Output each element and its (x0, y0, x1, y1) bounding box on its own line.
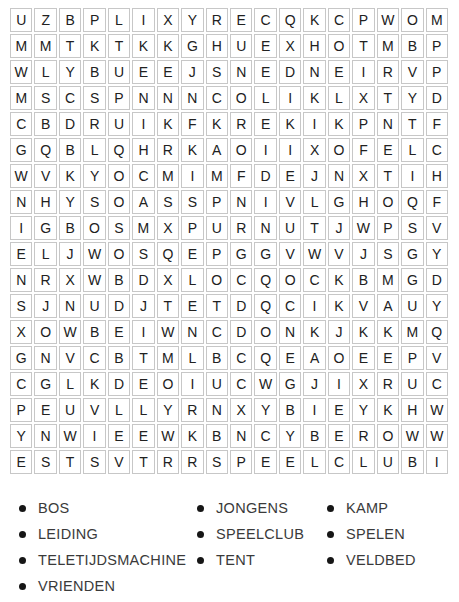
grid-cell-r1c11[interactable]: C (254, 8, 276, 32)
grid-cell-r16c8[interactable]: R (181, 398, 203, 422)
grid-cell-r7c9[interactable]: M (206, 164, 228, 188)
grid-cell-r15c2[interactable]: G (34, 372, 56, 396)
grid-cell-r16c2[interactable]: E (34, 398, 56, 422)
grid-cell-r4c1[interactable]: M (10, 86, 32, 110)
grid-cell-r12c6[interactable]: J (132, 294, 154, 318)
grid-cell-r15c17[interactable]: U (401, 372, 423, 396)
grid-cell-r10c12[interactable]: V (279, 242, 301, 266)
grid-cell-r17c6[interactable]: E (132, 424, 154, 448)
grid-cell-r2c7[interactable]: K (157, 34, 179, 58)
grid-cell-r6c13[interactable]: X (303, 138, 325, 162)
grid-cell-r8c15[interactable]: H (352, 190, 374, 214)
grid-cell-r15c5[interactable]: D (108, 372, 130, 396)
grid-cell-r3c12[interactable]: D (279, 60, 301, 84)
grid-cell-r12c2[interactable]: J (34, 294, 56, 318)
grid-cell-r2c8[interactable]: G (181, 34, 203, 58)
grid-cell-r14c16[interactable]: E (377, 346, 399, 370)
grid-cell-r13c1[interactable]: X (10, 320, 32, 344)
grid-cell-r4c5[interactable]: P (108, 86, 130, 110)
grid-cell-r8c1[interactable]: N (10, 190, 32, 214)
grid-cell-r2c14[interactable]: O (328, 34, 350, 58)
grid-cell-r1c3[interactable]: B (59, 8, 81, 32)
grid-cell-r17c2[interactable]: N (34, 424, 56, 448)
grid-cell-r15c7[interactable]: O (157, 372, 179, 396)
grid-cell-r5c8[interactable]: F (181, 112, 203, 136)
grid-cell-r6c15[interactable]: F (352, 138, 374, 162)
grid-cell-r11c10[interactable]: C (230, 268, 252, 292)
grid-cell-r2c15[interactable]: T (352, 34, 374, 58)
grid-cell-r7c5[interactable]: O (108, 164, 130, 188)
grid-cell-r17c12[interactable]: Y (279, 424, 301, 448)
grid-cell-r11c11[interactable]: Q (254, 268, 276, 292)
grid-cell-r2c16[interactable]: M (377, 34, 399, 58)
grid-cell-r2c6[interactable]: K (132, 34, 154, 58)
grid-cell-r5c10[interactable]: R (230, 112, 252, 136)
grid-cell-r7c12[interactable]: E (279, 164, 301, 188)
grid-cell-r10c16[interactable]: S (377, 242, 399, 266)
grid-cell-r16c17[interactable]: H (401, 398, 423, 422)
grid-cell-r14c13[interactable]: A (303, 346, 325, 370)
grid-cell-r6c12[interactable]: I (279, 138, 301, 162)
grid-cell-r5c11[interactable]: E (254, 112, 276, 136)
grid-cell-r15c12[interactable]: G (279, 372, 301, 396)
grid-cell-r6c3[interactable]: B (59, 138, 81, 162)
grid-cell-r3c10[interactable]: N (230, 60, 252, 84)
grid-cell-r18c7[interactable]: R (157, 450, 179, 474)
grid-cell-r5c1[interactable]: C (10, 112, 32, 136)
grid-cell-r8c4[interactable]: S (83, 190, 105, 214)
grid-cell-r11c13[interactable]: C (303, 268, 325, 292)
grid-cell-r5c15[interactable]: P (352, 112, 374, 136)
grid-cell-r6c7[interactable]: R (157, 138, 179, 162)
grid-cell-r7c16[interactable]: T (377, 164, 399, 188)
grid-cell-r1c2[interactable]: Z (34, 8, 56, 32)
grid-cell-r12c4[interactable]: U (83, 294, 105, 318)
grid-cell-r5c14[interactable]: K (328, 112, 350, 136)
grid-cell-r15c18[interactable]: C (426, 372, 448, 396)
grid-cell-r12c12[interactable]: C (279, 294, 301, 318)
grid-cell-r6c1[interactable]: G (10, 138, 32, 162)
grid-cell-r11c4[interactable]: W (83, 268, 105, 292)
grid-cell-r14c17[interactable]: P (401, 346, 423, 370)
grid-cell-r18c10[interactable]: P (230, 450, 252, 474)
grid-cell-r18c2[interactable]: S (34, 450, 56, 474)
grid-cell-r7c14[interactable]: N (328, 164, 350, 188)
grid-cell-r17c18[interactable]: W (426, 424, 448, 448)
grid-cell-r10c18[interactable]: Y (426, 242, 448, 266)
grid-cell-r3c7[interactable]: E (157, 60, 179, 84)
grid-cell-r12c18[interactable]: Y (426, 294, 448, 318)
grid-cell-r8c10[interactable]: N (230, 190, 252, 214)
grid-cell-r13c3[interactable]: W (59, 320, 81, 344)
grid-cell-r12c1[interactable]: S (10, 294, 32, 318)
grid-cell-r15c13[interactable]: J (303, 372, 325, 396)
grid-cell-r3c6[interactable]: E (132, 60, 154, 84)
grid-cell-r15c3[interactable]: L (59, 372, 81, 396)
grid-cell-r2c1[interactable]: M (10, 34, 32, 58)
grid-cell-r16c18[interactable]: W (426, 398, 448, 422)
grid-cell-r8c16[interactable]: O (377, 190, 399, 214)
grid-cell-r3c14[interactable]: E (328, 60, 350, 84)
grid-cell-r15c15[interactable]: X (352, 372, 374, 396)
grid-cell-r14c11[interactable]: Q (254, 346, 276, 370)
grid-cell-r4c11[interactable]: L (254, 86, 276, 110)
grid-cell-r13c17[interactable]: M (401, 320, 423, 344)
grid-cell-r12c10[interactable]: D (230, 294, 252, 318)
grid-cell-r14c15[interactable]: E (352, 346, 374, 370)
grid-cell-r10c11[interactable]: G (254, 242, 276, 266)
grid-cell-r18c11[interactable]: E (254, 450, 276, 474)
grid-cell-r5c13[interactable]: I (303, 112, 325, 136)
grid-cell-r2c3[interactable]: T (59, 34, 81, 58)
grid-cell-r9c15[interactable]: W (352, 216, 374, 240)
grid-cell-r5c12[interactable]: K (279, 112, 301, 136)
grid-cell-r8c2[interactable]: H (34, 190, 56, 214)
grid-cell-r8c5[interactable]: O (108, 190, 130, 214)
grid-cell-r18c1[interactable]: E (10, 450, 32, 474)
grid-cell-r7c17[interactable]: I (401, 164, 423, 188)
grid-cell-r3c16[interactable]: R (377, 60, 399, 84)
grid-cell-r11c2[interactable]: R (34, 268, 56, 292)
grid-cell-r11c8[interactable]: L (181, 268, 203, 292)
grid-cell-r2c2[interactable]: M (34, 34, 56, 58)
grid-cell-r16c6[interactable]: L (132, 398, 154, 422)
grid-cell-r9c4[interactable]: O (83, 216, 105, 240)
grid-cell-r16c10[interactable]: X (230, 398, 252, 422)
grid-cell-r18c12[interactable]: E (279, 450, 301, 474)
grid-cell-r2c11[interactable]: E (254, 34, 276, 58)
grid-cell-r11c7[interactable]: X (157, 268, 179, 292)
grid-cell-r16c13[interactable]: I (303, 398, 325, 422)
grid-cell-r6c18[interactable]: C (426, 138, 448, 162)
grid-cell-r10c3[interactable]: J (59, 242, 81, 266)
grid-cell-r13c16[interactable]: K (377, 320, 399, 344)
grid-cell-r18c3[interactable]: T (59, 450, 81, 474)
grid-cell-r3c1[interactable]: W (10, 60, 32, 84)
grid-cell-r10c1[interactable]: E (10, 242, 32, 266)
grid-cell-r4c12[interactable]: I (279, 86, 301, 110)
grid-cell-r5c16[interactable]: N (377, 112, 399, 136)
grid-cell-r7c4[interactable]: Y (83, 164, 105, 188)
grid-cell-r14c10[interactable]: C (230, 346, 252, 370)
grid-cell-r1c13[interactable]: K (303, 8, 325, 32)
grid-cell-r12c5[interactable]: D (108, 294, 130, 318)
grid-cell-r12c11[interactable]: Q (254, 294, 276, 318)
grid-cell-r17c9[interactable]: B (206, 424, 228, 448)
grid-cell-r12c8[interactable]: E (181, 294, 203, 318)
grid-cell-r14c4[interactable]: C (83, 346, 105, 370)
grid-cell-r4c10[interactable]: O (230, 86, 252, 110)
grid-cell-r16c15[interactable]: Y (352, 398, 374, 422)
grid-cell-r14c2[interactable]: N (34, 346, 56, 370)
grid-cell-r4c16[interactable]: T (377, 86, 399, 110)
grid-cell-r16c4[interactable]: V (83, 398, 105, 422)
grid-cell-r1c10[interactable]: E (230, 8, 252, 32)
grid-cell-r12c17[interactable]: U (401, 294, 423, 318)
grid-cell-r6c4[interactable]: L (83, 138, 105, 162)
grid-cell-r17c14[interactable]: E (328, 424, 350, 448)
grid-cell-r7c7[interactable]: M (157, 164, 179, 188)
grid-cell-r4c7[interactable]: N (157, 86, 179, 110)
grid-cell-r14c18[interactable]: V (426, 346, 448, 370)
grid-cell-r12c16[interactable]: A (377, 294, 399, 318)
grid-cell-r11c3[interactable]: X (59, 268, 81, 292)
grid-cell-r1c4[interactable]: P (83, 8, 105, 32)
grid-cell-r15c8[interactable]: I (181, 372, 203, 396)
grid-cell-r18c15[interactable]: L (352, 450, 374, 474)
grid-cell-r7c8[interactable]: I (181, 164, 203, 188)
grid-cell-r13c10[interactable]: D (230, 320, 252, 344)
grid-cell-r7c2[interactable]: V (34, 164, 56, 188)
grid-cell-r13c15[interactable]: K (352, 320, 374, 344)
grid-cell-r9c18[interactable]: V (426, 216, 448, 240)
grid-cell-r9c7[interactable]: X (157, 216, 179, 240)
grid-cell-r16c12[interactable]: B (279, 398, 301, 422)
grid-cell-r9c3[interactable]: B (59, 216, 81, 240)
grid-cell-r17c3[interactable]: W (59, 424, 81, 448)
grid-cell-r14c6[interactable]: T (132, 346, 154, 370)
grid-cell-r1c14[interactable]: C (328, 8, 350, 32)
grid-cell-r4c15[interactable]: X (352, 86, 374, 110)
grid-cell-r3c15[interactable]: I (352, 60, 374, 84)
grid-cell-r15c6[interactable]: E (132, 372, 154, 396)
grid-cell-r17c10[interactable]: N (230, 424, 252, 448)
grid-cell-r6c16[interactable]: E (377, 138, 399, 162)
grid-cell-r13c14[interactable]: J (328, 320, 350, 344)
grid-cell-r9c9[interactable]: U (206, 216, 228, 240)
grid-cell-r17c5[interactable]: E (108, 424, 130, 448)
grid-cell-r5c2[interactable]: B (34, 112, 56, 136)
grid-cell-r3c11[interactable]: E (254, 60, 276, 84)
grid-cell-r17c17[interactable]: W (401, 424, 423, 448)
grid-cell-r6c17[interactable]: L (401, 138, 423, 162)
grid-cell-r9c6[interactable]: M (132, 216, 154, 240)
grid-cell-r14c9[interactable]: B (206, 346, 228, 370)
grid-cell-r2c13[interactable]: H (303, 34, 325, 58)
grid-cell-r8c14[interactable]: G (328, 190, 350, 214)
grid-cell-r2c9[interactable]: H (206, 34, 228, 58)
grid-cell-r8c6[interactable]: A (132, 190, 154, 214)
grid-cell-r11c15[interactable]: B (352, 268, 374, 292)
grid-cell-r14c3[interactable]: V (59, 346, 81, 370)
grid-cell-r5c18[interactable]: F (426, 112, 448, 136)
grid-cell-r5c5[interactable]: U (108, 112, 130, 136)
grid-cell-r14c7[interactable]: M (157, 346, 179, 370)
grid-cell-r9c8[interactable]: P (181, 216, 203, 240)
grid-cell-r9c1[interactable]: I (10, 216, 32, 240)
grid-cell-r14c14[interactable]: O (328, 346, 350, 370)
grid-cell-r10c2[interactable]: L (34, 242, 56, 266)
grid-cell-r17c15[interactable]: R (352, 424, 374, 448)
grid-cell-r13c12[interactable]: N (279, 320, 301, 344)
grid-cell-r9c11[interactable]: N (254, 216, 276, 240)
grid-cell-r17c16[interactable]: O (377, 424, 399, 448)
grid-cell-r9c12[interactable]: U (279, 216, 301, 240)
grid-cell-r7c6[interactable]: C (132, 164, 154, 188)
grid-cell-r12c14[interactable]: K (328, 294, 350, 318)
grid-cell-r9c16[interactable]: P (377, 216, 399, 240)
grid-cell-r18c18[interactable]: I (426, 450, 448, 474)
grid-cell-r3c8[interactable]: J (181, 60, 203, 84)
grid-cell-r4c2[interactable]: S (34, 86, 56, 110)
grid-cell-r14c1[interactable]: G (10, 346, 32, 370)
grid-cell-r13c18[interactable]: Q (426, 320, 448, 344)
grid-cell-r12c15[interactable]: V (352, 294, 374, 318)
grid-cell-r11c16[interactable]: M (377, 268, 399, 292)
grid-cell-r8c18[interactable]: F (426, 190, 448, 214)
grid-cell-r6c6[interactable]: H (132, 138, 154, 162)
grid-cell-r6c10[interactable]: O (230, 138, 252, 162)
grid-cell-r5c7[interactable]: K (157, 112, 179, 136)
grid-cell-r16c14[interactable]: E (328, 398, 350, 422)
grid-cell-r6c14[interactable]: O (328, 138, 350, 162)
grid-cell-r1c12[interactable]: Q (279, 8, 301, 32)
grid-cell-r9c17[interactable]: S (401, 216, 423, 240)
grid-cell-r3c3[interactable]: Y (59, 60, 81, 84)
grid-cell-r8c7[interactable]: S (157, 190, 179, 214)
grid-cell-r6c9[interactable]: A (206, 138, 228, 162)
grid-cell-r1c7[interactable]: X (157, 8, 179, 32)
grid-cell-r10c14[interactable]: V (328, 242, 350, 266)
grid-cell-r3c13[interactable]: N (303, 60, 325, 84)
grid-cell-r13c4[interactable]: B (83, 320, 105, 344)
grid-cell-r10c5[interactable]: O (108, 242, 130, 266)
grid-cell-r8c8[interactable]: S (181, 190, 203, 214)
grid-cell-r12c13[interactable]: I (303, 294, 325, 318)
grid-cell-r10c10[interactable]: G (230, 242, 252, 266)
grid-cell-r11c12[interactable]: O (279, 268, 301, 292)
grid-cell-r16c5[interactable]: L (108, 398, 130, 422)
grid-cell-r14c5[interactable]: B (108, 346, 130, 370)
grid-cell-r9c14[interactable]: J (328, 216, 350, 240)
grid-cell-r11c17[interactable]: G (401, 268, 423, 292)
grid-cell-r7c3[interactable]: K (59, 164, 81, 188)
grid-cell-r2c5[interactable]: T (108, 34, 130, 58)
grid-cell-r4c4[interactable]: S (83, 86, 105, 110)
grid-cell-r4c8[interactable]: N (181, 86, 203, 110)
grid-cell-r1c17[interactable]: O (401, 8, 423, 32)
grid-cell-r7c15[interactable]: X (352, 164, 374, 188)
grid-cell-r1c5[interactable]: L (108, 8, 130, 32)
grid-cell-r12c7[interactable]: T (157, 294, 179, 318)
grid-cell-r3c4[interactable]: B (83, 60, 105, 84)
grid-cell-r9c2[interactable]: G (34, 216, 56, 240)
grid-cell-r6c5[interactable]: Q (108, 138, 130, 162)
grid-cell-r10c15[interactable]: J (352, 242, 374, 266)
grid-cell-r18c14[interactable]: C (328, 450, 350, 474)
grid-cell-r13c8[interactable]: N (181, 320, 203, 344)
grid-cell-r1c18[interactable]: M (426, 8, 448, 32)
grid-cell-r7c13[interactable]: J (303, 164, 325, 188)
grid-cell-r6c2[interactable]: Q (34, 138, 56, 162)
grid-cell-r4c14[interactable]: L (328, 86, 350, 110)
grid-cell-r18c6[interactable]: T (132, 450, 154, 474)
grid-cell-r10c4[interactable]: W (83, 242, 105, 266)
grid-cell-r1c8[interactable]: Y (181, 8, 203, 32)
grid-cell-r2c18[interactable]: P (426, 34, 448, 58)
grid-cell-r9c10[interactable]: R (230, 216, 252, 240)
grid-cell-r8c11[interactable]: I (254, 190, 276, 214)
grid-cell-r8c13[interactable]: L (303, 190, 325, 214)
grid-cell-r15c14[interactable]: I (328, 372, 350, 396)
grid-cell-r17c1[interactable]: Y (10, 424, 32, 448)
grid-cell-r7c10[interactable]: F (230, 164, 252, 188)
grid-cell-r18c8[interactable]: R (181, 450, 203, 474)
grid-cell-r17c8[interactable]: K (181, 424, 203, 448)
grid-cell-r2c4[interactable]: K (83, 34, 105, 58)
grid-cell-r4c3[interactable]: C (59, 86, 81, 110)
grid-cell-r16c11[interactable]: Y (254, 398, 276, 422)
grid-cell-r17c4[interactable]: I (83, 424, 105, 448)
grid-cell-r10c7[interactable]: Q (157, 242, 179, 266)
grid-cell-r3c5[interactable]: U (108, 60, 130, 84)
grid-cell-r4c18[interactable]: D (426, 86, 448, 110)
grid-cell-r8c9[interactable]: P (206, 190, 228, 214)
grid-cell-r18c4[interactable]: S (83, 450, 105, 474)
grid-cell-r3c17[interactable]: V (401, 60, 423, 84)
grid-cell-r1c16[interactable]: W (377, 8, 399, 32)
grid-cell-r9c13[interactable]: T (303, 216, 325, 240)
grid-cell-r10c8[interactable]: E (181, 242, 203, 266)
grid-cell-r18c13[interactable]: L (303, 450, 325, 474)
grid-cell-r18c9[interactable]: S (206, 450, 228, 474)
grid-cell-r8c12[interactable]: V (279, 190, 301, 214)
grid-cell-r13c7[interactable]: W (157, 320, 179, 344)
grid-cell-r14c8[interactable]: L (181, 346, 203, 370)
grid-cell-r4c17[interactable]: Y (401, 86, 423, 110)
grid-cell-r15c9[interactable]: U (206, 372, 228, 396)
grid-cell-r11c5[interactable]: B (108, 268, 130, 292)
grid-cell-r18c16[interactable]: U (377, 450, 399, 474)
grid-cell-r4c6[interactable]: N (132, 86, 154, 110)
grid-cell-r7c11[interactable]: D (254, 164, 276, 188)
grid-cell-r5c6[interactable]: I (132, 112, 154, 136)
grid-cell-r15c16[interactable]: R (377, 372, 399, 396)
grid-cell-r10c9[interactable]: P (206, 242, 228, 266)
grid-cell-r14c12[interactable]: E (279, 346, 301, 370)
grid-cell-r10c6[interactable]: S (132, 242, 154, 266)
grid-cell-r10c13[interactable]: W (303, 242, 325, 266)
grid-cell-r13c11[interactable]: O (254, 320, 276, 344)
grid-cell-r16c7[interactable]: Y (157, 398, 179, 422)
grid-cell-r9c5[interactable]: S (108, 216, 130, 240)
grid-cell-r4c13[interactable]: K (303, 86, 325, 110)
grid-cell-r15c1[interactable]: C (10, 372, 32, 396)
grid-cell-r5c4[interactable]: R (83, 112, 105, 136)
grid-cell-r16c16[interactable]: K (377, 398, 399, 422)
grid-cell-r8c17[interactable]: Q (401, 190, 423, 214)
grid-cell-r16c3[interactable]: U (59, 398, 81, 422)
grid-cell-r4c9[interactable]: C (206, 86, 228, 110)
grid-cell-r3c2[interactable]: L (34, 60, 56, 84)
grid-cell-r2c10[interactable]: U (230, 34, 252, 58)
grid-cell-r15c4[interactable]: K (83, 372, 105, 396)
grid-cell-r13c6[interactable]: I (132, 320, 154, 344)
grid-cell-r13c2[interactable]: O (34, 320, 56, 344)
grid-cell-r11c1[interactable]: N (10, 268, 32, 292)
grid-cell-r15c10[interactable]: C (230, 372, 252, 396)
grid-cell-r11c9[interactable]: O (206, 268, 228, 292)
grid-cell-r3c9[interactable]: S (206, 60, 228, 84)
grid-cell-r5c9[interactable]: K (206, 112, 228, 136)
grid-cell-r18c17[interactable]: B (401, 450, 423, 474)
grid-cell-r12c3[interactable]: N (59, 294, 81, 318)
grid-cell-r11c14[interactable]: K (328, 268, 350, 292)
grid-cell-r2c17[interactable]: B (401, 34, 423, 58)
grid-cell-r11c18[interactable]: D (426, 268, 448, 292)
grid-cell-r17c7[interactable]: W (157, 424, 179, 448)
grid-cell-r12c9[interactable]: T (206, 294, 228, 318)
